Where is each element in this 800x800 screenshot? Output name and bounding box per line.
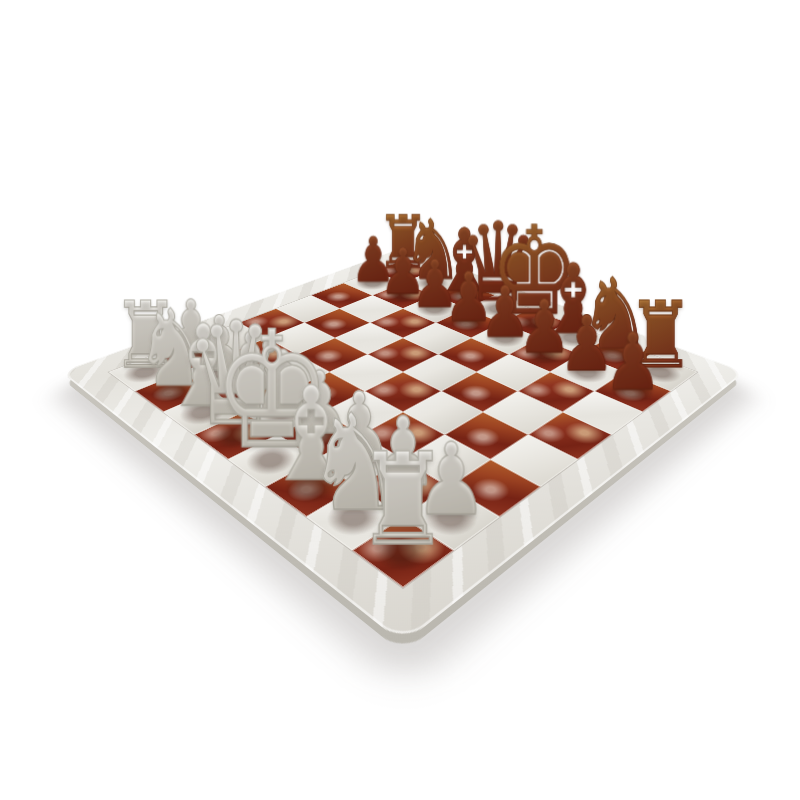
white-rook-glyph: ♜ xyxy=(318,437,489,565)
square-h7[interactable]: ♟ xyxy=(594,372,671,412)
red-pawn-glyph: ♟ xyxy=(569,322,697,401)
chess-set-product-photo: ♜♞♝♛♚♝♞♜♟♟♟♟♟♟♟♟♟♟♟♟♟♟♟♟♜♞♝♛♚♝♞♜ xyxy=(0,0,800,800)
square-h1[interactable]: ♜ xyxy=(352,517,454,588)
marble-slab: ♜♞♝♛♚♝♞♜♟♟♟♟♟♟♟♟♟♟♟♟♟♟♟♟♜♞♝♛♚♝♞♜ xyxy=(61,247,745,644)
chess-board-grid: ♜♞♝♛♚♝♞♜♟♟♟♟♟♟♟♟♟♟♟♟♟♟♟♟♜♞♝♛♚♝♞♜ xyxy=(109,260,697,587)
